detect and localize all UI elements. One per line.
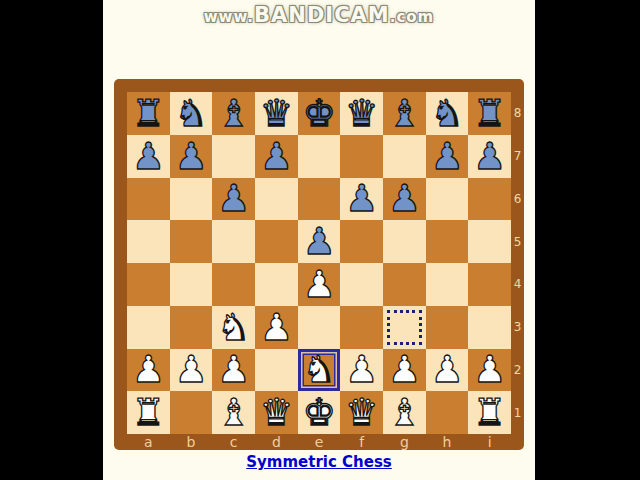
rank-labels: 87654321 — [511, 92, 524, 434]
piece-white-queen[interactable]: ♛ — [345, 394, 378, 431]
piece-blue-pawn[interactable]: ♟ — [302, 223, 335, 260]
square-h4[interactable] — [426, 263, 469, 306]
square-d8[interactable]: ♛ — [255, 92, 298, 135]
square-d7[interactable]: ♟ — [255, 135, 298, 178]
piece-white-pawn[interactable]: ♟ — [430, 351, 463, 388]
piece-blue-bishop[interactable]: ♝ — [217, 95, 250, 132]
square-b8[interactable]: ♞ — [170, 92, 213, 135]
square-e8[interactable]: ♚ — [298, 92, 341, 135]
square-i2[interactable]: ♟ — [468, 349, 511, 392]
square-c8[interactable]: ♝ — [212, 92, 255, 135]
square-a2[interactable]: ♟ — [127, 349, 170, 392]
square-d4[interactable] — [255, 263, 298, 306]
piece-blue-knight[interactable]: ♞ — [430, 95, 463, 132]
rank-label-4: 4 — [511, 263, 524, 306]
square-c6[interactable]: ♟ — [212, 178, 255, 221]
piece-blue-rook[interactable]: ♜ — [473, 95, 506, 132]
square-a8[interactable]: ♜ — [127, 92, 170, 135]
piece-blue-queen[interactable]: ♛ — [345, 95, 378, 132]
piece-white-pawn[interactable]: ♟ — [302, 266, 335, 303]
piece-blue-king[interactable]: ♚ — [302, 95, 335, 132]
piece-white-pawn[interactable]: ♟ — [473, 351, 506, 388]
piece-white-knight[interactable]: ♞ — [217, 309, 250, 346]
square-i5[interactable] — [468, 220, 511, 263]
chess-board-frame: ♜♞♝♛♚♛♝♞♜♟♟♟♟♟♟♟♟♟♟♞♟♟♟♟♞♟♟♟♟♜♝♛♚♛♝♜ 876… — [114, 79, 524, 450]
square-f2[interactable]: ♟ — [340, 349, 383, 392]
square-b4[interactable] — [170, 263, 213, 306]
piece-white-king[interactable]: ♚ — [302, 394, 335, 431]
square-a4[interactable] — [127, 263, 170, 306]
square-h7[interactable]: ♟ — [426, 135, 469, 178]
chess-board: ♜♞♝♛♚♛♝♞♜♟♟♟♟♟♟♟♟♟♟♞♟♟♟♟♞♟♟♟♟♜♝♛♚♛♝♜ — [127, 92, 511, 434]
piece-blue-bishop[interactable]: ♝ — [388, 95, 421, 132]
square-f5[interactable] — [340, 220, 383, 263]
square-b2[interactable]: ♟ — [170, 349, 213, 392]
square-f4[interactable] — [340, 263, 383, 306]
piece-white-pawn[interactable]: ♟ — [260, 309, 293, 346]
bandicam-watermark: www.BANDICAM.com — [103, 3, 535, 27]
square-i6[interactable] — [468, 178, 511, 221]
rank-label-8: 8 — [511, 92, 524, 135]
square-c3[interactable]: ♞ — [212, 306, 255, 349]
piece-blue-queen[interactable]: ♛ — [260, 95, 293, 132]
file-label-h: h — [426, 434, 469, 450]
square-i4[interactable] — [468, 263, 511, 306]
piece-blue-pawn[interactable]: ♟ — [132, 138, 165, 175]
square-b3[interactable] — [170, 306, 213, 349]
file-label-a: a — [127, 434, 170, 450]
square-b5[interactable] — [170, 220, 213, 263]
square-f3[interactable] — [340, 306, 383, 349]
piece-white-knight[interactable]: ♞ — [302, 351, 335, 388]
rank-label-7: 7 — [511, 135, 524, 178]
square-b1[interactable] — [170, 391, 213, 434]
square-a5[interactable] — [127, 220, 170, 263]
piece-white-pawn[interactable]: ♟ — [132, 351, 165, 388]
piece-blue-rook[interactable]: ♜ — [132, 95, 165, 132]
square-c7[interactable] — [212, 135, 255, 178]
square-e2[interactable]: ♞ — [298, 349, 341, 392]
square-c1[interactable]: ♝ — [212, 391, 255, 434]
square-f8[interactable]: ♛ — [340, 92, 383, 135]
file-label-b: b — [170, 434, 213, 450]
square-i8[interactable]: ♜ — [468, 92, 511, 135]
piece-blue-pawn[interactable]: ♟ — [260, 138, 293, 175]
square-h3[interactable] — [426, 306, 469, 349]
rank-label-1: 1 — [511, 391, 524, 434]
piece-blue-pawn[interactable]: ♟ — [217, 180, 250, 217]
rank-label-3: 3 — [511, 306, 524, 349]
square-h5[interactable] — [426, 220, 469, 263]
piece-white-rook[interactable]: ♜ — [132, 394, 165, 431]
square-f6[interactable]: ♟ — [340, 178, 383, 221]
move-target-marker[interactable] — [387, 310, 422, 345]
square-i1[interactable]: ♜ — [468, 391, 511, 434]
square-g1[interactable]: ♝ — [383, 391, 426, 434]
square-d1[interactable]: ♛ — [255, 391, 298, 434]
piece-white-pawn[interactable]: ♟ — [345, 351, 378, 388]
file-label-f: f — [340, 434, 383, 450]
piece-blue-pawn[interactable]: ♟ — [388, 180, 421, 217]
piece-white-pawn[interactable]: ♟ — [217, 351, 250, 388]
file-label-i: i — [468, 434, 511, 450]
file-label-e: e — [298, 434, 341, 450]
square-h1[interactable] — [426, 391, 469, 434]
square-f7[interactable] — [340, 135, 383, 178]
square-d3[interactable]: ♟ — [255, 306, 298, 349]
watermark-suffix: .com — [390, 8, 435, 26]
piece-white-rook[interactable]: ♜ — [473, 394, 506, 431]
piece-white-bishop[interactable]: ♝ — [217, 394, 250, 431]
watermark-brand: BANDICAM — [254, 3, 390, 27]
square-a3[interactable] — [127, 306, 170, 349]
square-d2[interactable] — [255, 349, 298, 392]
square-c2[interactable]: ♟ — [212, 349, 255, 392]
square-g5[interactable] — [383, 220, 426, 263]
square-b6[interactable] — [170, 178, 213, 221]
square-a6[interactable] — [127, 178, 170, 221]
rank-label-2: 2 — [511, 349, 524, 392]
square-b7[interactable]: ♟ — [170, 135, 213, 178]
square-c4[interactable] — [212, 263, 255, 306]
square-d5[interactable] — [255, 220, 298, 263]
file-label-g: g — [383, 434, 426, 450]
piece-blue-pawn[interactable]: ♟ — [345, 180, 378, 217]
square-e6[interactable] — [298, 178, 341, 221]
symmetric-chess-link[interactable]: Symmetric Chess — [246, 453, 392, 471]
square-e5[interactable]: ♟ — [298, 220, 341, 263]
square-h2[interactable]: ♟ — [426, 349, 469, 392]
square-g2[interactable]: ♟ — [383, 349, 426, 392]
square-d6[interactable] — [255, 178, 298, 221]
square-g7[interactable] — [383, 135, 426, 178]
square-a1[interactable]: ♜ — [127, 391, 170, 434]
square-e7[interactable] — [298, 135, 341, 178]
file-label-c: c — [212, 434, 255, 450]
piece-white-bishop[interactable]: ♝ — [388, 394, 421, 431]
rank-label-6: 6 — [511, 178, 524, 221]
square-g4[interactable] — [383, 263, 426, 306]
rank-label-5: 5 — [511, 220, 524, 263]
square-e3[interactable] — [298, 306, 341, 349]
piece-blue-pawn[interactable]: ♟ — [430, 138, 463, 175]
file-labels: abcdefghi — [127, 434, 511, 450]
piece-blue-pawn[interactable]: ♟ — [473, 138, 506, 175]
piece-blue-pawn[interactable]: ♟ — [174, 138, 207, 175]
footer: Symmetric Chess — [114, 452, 524, 471]
square-e4[interactable]: ♟ — [298, 263, 341, 306]
square-i3[interactable] — [468, 306, 511, 349]
piece-white-pawn[interactable]: ♟ — [174, 351, 207, 388]
piece-white-queen[interactable]: ♛ — [260, 394, 293, 431]
square-f1[interactable]: ♛ — [340, 391, 383, 434]
square-h8[interactable]: ♞ — [426, 92, 469, 135]
square-g6[interactable]: ♟ — [383, 178, 426, 221]
square-g8[interactable]: ♝ — [383, 92, 426, 135]
square-g3[interactable] — [383, 306, 426, 349]
square-h6[interactable] — [426, 178, 469, 221]
square-e1[interactable]: ♚ — [298, 391, 341, 434]
piece-blue-knight[interactable]: ♞ — [174, 95, 207, 132]
piece-white-pawn[interactable]: ♟ — [388, 351, 421, 388]
square-i7[interactable]: ♟ — [468, 135, 511, 178]
file-label-d: d — [255, 434, 298, 450]
square-c5[interactable] — [212, 220, 255, 263]
square-a7[interactable]: ♟ — [127, 135, 170, 178]
watermark-prefix: www. — [204, 8, 254, 26]
